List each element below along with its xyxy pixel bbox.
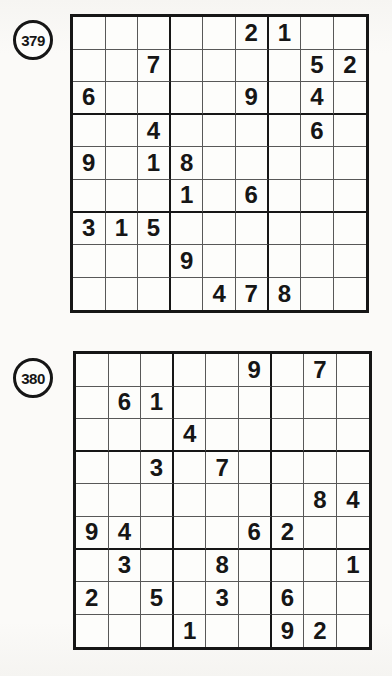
puzzle-379-cell-r9c7: 8 bbox=[269, 278, 302, 311]
puzzle-380-cell-r5c7 bbox=[272, 484, 305, 517]
puzzle-380-cell-r3c1 bbox=[76, 419, 109, 452]
puzzle-379-cell-r4c7 bbox=[269, 115, 302, 148]
puzzle-379-cell-r1c7: 1 bbox=[269, 17, 302, 50]
puzzle-380-cell-r4c1 bbox=[76, 452, 109, 485]
puzzle-379-cell-r9c5: 4 bbox=[203, 278, 236, 311]
puzzle-380-cell-r5c3 bbox=[141, 484, 174, 517]
puzzle-379-cell-r4c3: 4 bbox=[138, 115, 171, 148]
puzzle-380-cell-r9c3 bbox=[141, 615, 174, 648]
puzzle-379-cell-r8c8 bbox=[301, 245, 334, 278]
puzzle-379-cell-r2c6 bbox=[236, 50, 269, 83]
puzzle-379-cell-r9c1 bbox=[73, 278, 106, 311]
puzzle-380-cell-r3c8 bbox=[304, 419, 337, 452]
puzzle-379-cell-r9c3 bbox=[138, 278, 171, 311]
puzzle-379-cell-r5c8 bbox=[301, 147, 334, 180]
puzzle-379-cell-r3c7 bbox=[269, 82, 302, 115]
puzzle-380-cell-r6c8 bbox=[304, 517, 337, 550]
puzzle-379-cell-r4c9 bbox=[334, 115, 367, 148]
puzzle-380-cell-r6c2: 4 bbox=[109, 517, 142, 550]
puzzle-380-cell-r7c2: 3 bbox=[109, 550, 142, 583]
puzzle-380-cell-r1c7 bbox=[272, 354, 305, 387]
puzzle-379-cell-r2c3: 7 bbox=[138, 50, 171, 83]
puzzle-379-cell-r2c8: 5 bbox=[301, 50, 334, 83]
puzzle-380-cell-r1c1 bbox=[76, 354, 109, 387]
puzzle-380-cell-r7c1 bbox=[76, 550, 109, 583]
puzzle-380-cell-r5c1 bbox=[76, 484, 109, 517]
puzzle-380-cell-r5c2 bbox=[109, 484, 142, 517]
puzzle-379-cell-r7c6 bbox=[236, 213, 269, 246]
puzzle-380-cell-r5c6 bbox=[239, 484, 272, 517]
puzzle-380-cell-r4c6 bbox=[239, 452, 272, 485]
puzzle-380-cell-r4c7 bbox=[272, 452, 305, 485]
puzzle-380-cell-r6c7: 2 bbox=[272, 517, 305, 550]
puzzle-380-cell-r3c6 bbox=[239, 419, 272, 452]
puzzle-380-cell-r3c2 bbox=[109, 419, 142, 452]
puzzle-379-cell-r3c9 bbox=[334, 82, 367, 115]
puzzle-380-cell-r4c8 bbox=[304, 452, 337, 485]
puzzle-379-cell-r7c5 bbox=[203, 213, 236, 246]
puzzle-379-cell-r9c6: 7 bbox=[236, 278, 269, 311]
puzzle-380-cell-r7c7 bbox=[272, 550, 305, 583]
puzzle-379-cell-r6c8 bbox=[301, 180, 334, 213]
puzzle-380-cell-r3c4: 4 bbox=[174, 419, 207, 452]
puzzle-379-cell-r3c2 bbox=[106, 82, 139, 115]
puzzle-379-cell-r6c1 bbox=[73, 180, 106, 213]
puzzle-379-cell-r7c4 bbox=[171, 213, 204, 246]
puzzle-380-cell-r5c5 bbox=[206, 484, 239, 517]
puzzle-379-cell-r1c4 bbox=[171, 17, 204, 50]
puzzle-379-cell-r8c7 bbox=[269, 245, 302, 278]
puzzle-380-cell-r9c8: 2 bbox=[304, 615, 337, 648]
puzzle-379-cell-r5c7 bbox=[269, 147, 302, 180]
puzzle-380-cell-r2c4 bbox=[174, 387, 207, 420]
puzzle-379-cell-r2c2 bbox=[106, 50, 139, 83]
puzzle-380-cell-r3c9 bbox=[337, 419, 370, 452]
puzzle-380-cell-r8c8 bbox=[304, 582, 337, 615]
puzzle-379-cell-r9c4 bbox=[171, 278, 204, 311]
puzzle-380-cell-r8c7: 6 bbox=[272, 582, 305, 615]
puzzle-380-cell-r4c3: 3 bbox=[141, 452, 174, 485]
puzzle-379-cell-r2c4 bbox=[171, 50, 204, 83]
puzzle-379-cell-r3c3 bbox=[138, 82, 171, 115]
puzzle-380-cell-r6c6: 6 bbox=[239, 517, 272, 550]
puzzle-380-cell-r2c6 bbox=[239, 387, 272, 420]
puzzle-380-cell-r2c9 bbox=[337, 387, 370, 420]
puzzle-380-cell-r6c4 bbox=[174, 517, 207, 550]
puzzle-380-cell-r2c2: 6 bbox=[109, 387, 142, 420]
puzzle-379-cell-r1c5 bbox=[203, 17, 236, 50]
puzzle-379-cell-r3c4 bbox=[171, 82, 204, 115]
puzzle-379-cell-r8c4: 9 bbox=[171, 245, 204, 278]
puzzle-380-cell-r8c1: 2 bbox=[76, 582, 109, 615]
puzzle-380-cell-r5c9: 4 bbox=[337, 484, 370, 517]
puzzle-380-cell-r8c9 bbox=[337, 582, 370, 615]
puzzle-380-cell-r4c4 bbox=[174, 452, 207, 485]
puzzle-379-cell-r4c4 bbox=[171, 115, 204, 148]
puzzle-379-cell-r8c1 bbox=[73, 245, 106, 278]
puzzle-379-cell-r5c6 bbox=[236, 147, 269, 180]
puzzle-379-cell-r2c1 bbox=[73, 50, 106, 83]
puzzle-380-cell-r1c8: 7 bbox=[304, 354, 337, 387]
puzzle-380-cell-r1c6: 9 bbox=[239, 354, 272, 387]
puzzle-380-cell-r9c9 bbox=[337, 615, 370, 648]
puzzle-380-cell-r5c4 bbox=[174, 484, 207, 517]
puzzle-379-cell-r8c5 bbox=[203, 245, 236, 278]
puzzle-379-cell-r2c9: 2 bbox=[334, 50, 367, 83]
puzzle-379-cell-r6c3 bbox=[138, 180, 171, 213]
puzzle-380-cell-r2c1 bbox=[76, 387, 109, 420]
puzzle-380-cell-r3c5 bbox=[206, 419, 239, 452]
puzzle-380-cell-r7c3 bbox=[141, 550, 174, 583]
puzzle-380-cell-r8c3: 5 bbox=[141, 582, 174, 615]
puzzle-379-cell-r7c3: 5 bbox=[138, 213, 171, 246]
puzzle-379-cell-r1c2 bbox=[106, 17, 139, 50]
puzzle-380-cell-r1c5 bbox=[206, 354, 239, 387]
puzzle-number-badge-379: 379 bbox=[13, 20, 53, 60]
puzzle-380-cell-r9c5 bbox=[206, 615, 239, 648]
puzzle-379-cell-r3c5 bbox=[203, 82, 236, 115]
puzzle-379-cell-r5c3: 1 bbox=[138, 147, 171, 180]
puzzle-380-cell-r4c5: 7 bbox=[206, 452, 239, 485]
puzzle-379-cell-r6c5 bbox=[203, 180, 236, 213]
puzzle-379-cell-r8c9 bbox=[334, 245, 367, 278]
puzzle-380-cell-r3c3 bbox=[141, 419, 174, 452]
puzzle-379-cell-r3c6: 9 bbox=[236, 82, 269, 115]
puzzle-number-badge-380: 380 bbox=[13, 358, 53, 398]
puzzle-379-cell-r8c2 bbox=[106, 245, 139, 278]
puzzle-379-cell-r6c7 bbox=[269, 180, 302, 213]
puzzle-380-cell-r9c6 bbox=[239, 615, 272, 648]
puzzle-379-cell-r1c8 bbox=[301, 17, 334, 50]
puzzle-379-cell-r5c5 bbox=[203, 147, 236, 180]
puzzle-379-cell-r7c8 bbox=[301, 213, 334, 246]
puzzle-379-cell-r5c1: 9 bbox=[73, 147, 106, 180]
puzzle-379-cell-r4c2 bbox=[106, 115, 139, 148]
puzzle-380-cell-r8c4 bbox=[174, 582, 207, 615]
puzzle-379-cell-r6c4: 1 bbox=[171, 180, 204, 213]
puzzle-379-cell-r6c6: 6 bbox=[236, 180, 269, 213]
sudoku-grid-380: 97614378494623812536192 bbox=[73, 351, 372, 650]
puzzle-380-cell-r9c2 bbox=[109, 615, 142, 648]
puzzle-380-cell-r2c5 bbox=[206, 387, 239, 420]
puzzle-379-cell-r7c1: 3 bbox=[73, 213, 106, 246]
puzzle-380-cell-r1c9 bbox=[337, 354, 370, 387]
puzzle-380-cell-r9c4: 1 bbox=[174, 615, 207, 648]
puzzle-379-cell-r9c8 bbox=[301, 278, 334, 311]
puzzle-379-cell-r4c5 bbox=[203, 115, 236, 148]
puzzle-380-cell-r2c3: 1 bbox=[141, 387, 174, 420]
puzzle-number-380: 380 bbox=[21, 370, 45, 387]
puzzle-379-cell-r3c8: 4 bbox=[301, 82, 334, 115]
puzzle-379-cell-r9c2 bbox=[106, 278, 139, 311]
puzzle-379-cell-r1c3 bbox=[138, 17, 171, 50]
puzzle-380-cell-r8c5: 3 bbox=[206, 582, 239, 615]
puzzle-380-cell-r7c6 bbox=[239, 550, 272, 583]
puzzle-380-cell-r7c9: 1 bbox=[337, 550, 370, 583]
puzzle-380-cell-r6c5 bbox=[206, 517, 239, 550]
puzzle-379-cell-r6c9 bbox=[334, 180, 367, 213]
puzzle-379-cell-r2c5 bbox=[203, 50, 236, 83]
puzzle-379-cell-r1c6: 2 bbox=[236, 17, 269, 50]
puzzle-380-cell-r6c3 bbox=[141, 517, 174, 550]
puzzle-380-cell-r1c4 bbox=[174, 354, 207, 387]
puzzle-379-cell-r7c2: 1 bbox=[106, 213, 139, 246]
puzzle-380-cell-r7c8 bbox=[304, 550, 337, 583]
puzzle-book-page: 379 2175269446918163159478 380 976143784… bbox=[0, 0, 392, 676]
puzzle-380-cell-r2c7 bbox=[272, 387, 305, 420]
puzzle-379-cell-r1c9 bbox=[334, 17, 367, 50]
puzzle-379-cell-r8c6 bbox=[236, 245, 269, 278]
puzzle-380-cell-r7c4 bbox=[174, 550, 207, 583]
puzzle-380-cell-r4c9 bbox=[337, 452, 370, 485]
puzzle-380-cell-r2c8 bbox=[304, 387, 337, 420]
puzzle-number-379: 379 bbox=[21, 32, 45, 49]
puzzle-379-cell-r8c3 bbox=[138, 245, 171, 278]
puzzle-379-cell-r1c1 bbox=[73, 17, 106, 50]
puzzle-379-cell-r4c8: 6 bbox=[301, 115, 334, 148]
puzzle-380-cell-r6c1: 9 bbox=[76, 517, 109, 550]
puzzle-380-cell-r1c2 bbox=[109, 354, 142, 387]
puzzle-380-cell-r4c2 bbox=[109, 452, 142, 485]
puzzle-380-cell-r9c1 bbox=[76, 615, 109, 648]
puzzle-379-cell-r3c1: 6 bbox=[73, 82, 106, 115]
puzzle-379-cell-r5c9 bbox=[334, 147, 367, 180]
puzzle-379-cell-r7c7 bbox=[269, 213, 302, 246]
sudoku-grid-379: 2175269446918163159478 bbox=[70, 14, 369, 313]
puzzle-380-cell-r7c5: 8 bbox=[206, 550, 239, 583]
puzzle-379-cell-r4c6 bbox=[236, 115, 269, 148]
puzzle-379-cell-r6c2 bbox=[106, 180, 139, 213]
puzzle-380-cell-r9c7: 9 bbox=[272, 615, 305, 648]
puzzle-379-cell-r5c4: 8 bbox=[171, 147, 204, 180]
puzzle-380-cell-r3c7 bbox=[272, 419, 305, 452]
puzzle-379-cell-r4c1 bbox=[73, 115, 106, 148]
puzzle-380-cell-r1c3 bbox=[141, 354, 174, 387]
puzzle-380-cell-r5c8: 8 bbox=[304, 484, 337, 517]
puzzle-379-cell-r7c9 bbox=[334, 213, 367, 246]
puzzle-379-cell-r9c9 bbox=[334, 278, 367, 311]
puzzle-380-cell-r8c2 bbox=[109, 582, 142, 615]
puzzle-380-cell-r6c9 bbox=[337, 517, 370, 550]
puzzle-379-cell-r2c7 bbox=[269, 50, 302, 83]
puzzle-379-cell-r5c2 bbox=[106, 147, 139, 180]
puzzle-380-cell-r8c6 bbox=[239, 582, 272, 615]
